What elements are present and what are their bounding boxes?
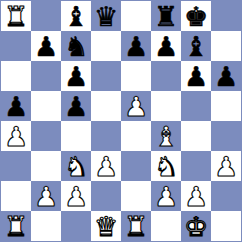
square-g5[interactable] — [181, 91, 211, 121]
square-h7[interactable] — [211, 31, 241, 61]
square-e2[interactable] — [121, 181, 151, 211]
square-b1[interactable] — [31, 211, 61, 241]
square-f5[interactable] — [151, 91, 181, 121]
white-pawn: ♟ — [124, 93, 148, 120]
black-pawn: ♟ — [34, 33, 58, 60]
square-e5[interactable]: ♟ — [121, 91, 151, 121]
white-pawn: ♟ — [94, 153, 118, 180]
square-f7[interactable]: ♟ — [151, 31, 181, 61]
white-pawn: ♟ — [154, 183, 178, 210]
square-b6[interactable] — [31, 61, 61, 91]
black-pawn: ♟ — [184, 63, 208, 90]
square-e4[interactable] — [121, 121, 151, 151]
square-d2[interactable] — [91, 181, 121, 211]
black-bishop: ♝ — [184, 33, 208, 60]
square-f6[interactable] — [151, 61, 181, 91]
square-b5[interactable] — [31, 91, 61, 121]
square-c4[interactable] — [61, 121, 91, 151]
square-a2[interactable] — [1, 181, 31, 211]
square-a6[interactable] — [1, 61, 31, 91]
square-h1[interactable] — [211, 211, 241, 241]
white-pawn: ♟ — [184, 183, 208, 210]
white-king: ♚ — [184, 213, 208, 240]
square-d8[interactable]: ♛ — [91, 1, 121, 31]
square-c1[interactable] — [61, 211, 91, 241]
square-a5[interactable]: ♟ — [1, 91, 31, 121]
square-b8[interactable] — [31, 1, 61, 31]
square-a3[interactable] — [1, 151, 31, 181]
square-f8[interactable]: ♜ — [151, 1, 181, 31]
square-d7[interactable] — [91, 31, 121, 61]
black-bishop: ♝ — [64, 3, 88, 30]
square-c6[interactable]: ♟ — [61, 61, 91, 91]
square-a4[interactable]: ♟ — [1, 121, 31, 151]
square-c5[interactable]: ♟ — [61, 91, 91, 121]
square-g6[interactable]: ♟ — [181, 61, 211, 91]
square-h6[interactable]: ♟ — [211, 61, 241, 91]
square-h8[interactable] — [211, 1, 241, 31]
black-rook: ♜ — [154, 3, 178, 30]
white-pawn: ♟ — [214, 153, 238, 180]
square-d1[interactable]: ♛ — [91, 211, 121, 241]
white-pawn: ♟ — [4, 123, 28, 150]
square-d6[interactable] — [91, 61, 121, 91]
square-e3[interactable] — [121, 151, 151, 181]
square-d3[interactable]: ♟ — [91, 151, 121, 181]
square-b2[interactable]: ♟ — [31, 181, 61, 211]
square-d5[interactable] — [91, 91, 121, 121]
square-g8[interactable]: ♚ — [181, 1, 211, 31]
square-f1[interactable] — [151, 211, 181, 241]
white-rook: ♜ — [4, 3, 28, 30]
square-g3[interactable] — [181, 151, 211, 181]
black-pawn: ♟ — [214, 63, 238, 90]
square-g1[interactable]: ♚ — [181, 211, 211, 241]
black-pawn: ♟ — [154, 33, 178, 60]
square-e6[interactable] — [121, 61, 151, 91]
white-pawn: ♟ — [64, 183, 88, 210]
square-f2[interactable]: ♟ — [151, 181, 181, 211]
square-g7[interactable]: ♝ — [181, 31, 211, 61]
square-h3[interactable]: ♟ — [211, 151, 241, 181]
square-f3[interactable]: ♞ — [151, 151, 181, 181]
square-a7[interactable] — [1, 31, 31, 61]
square-g2[interactable]: ♟ — [181, 181, 211, 211]
black-pawn: ♟ — [4, 93, 28, 120]
square-a1[interactable]: ♜ — [1, 211, 31, 241]
square-h2[interactable] — [211, 181, 241, 211]
square-c2[interactable]: ♟ — [61, 181, 91, 211]
black-pawn: ♟ — [64, 93, 88, 120]
white-queen: ♛ — [94, 213, 118, 240]
white-rook: ♜ — [124, 213, 148, 240]
black-pawn: ♟ — [64, 63, 88, 90]
square-b4[interactable] — [31, 121, 61, 151]
square-h4[interactable] — [211, 121, 241, 151]
black-king: ♚ — [184, 3, 208, 30]
square-b3[interactable] — [31, 151, 61, 181]
square-c7[interactable]: ♞ — [61, 31, 91, 61]
black-pawn: ♟ — [124, 33, 148, 60]
square-a8[interactable]: ♜ — [1, 1, 31, 31]
white-knight: ♞ — [154, 153, 178, 180]
square-c3[interactable]: ♞ — [61, 151, 91, 181]
square-b7[interactable]: ♟ — [31, 31, 61, 61]
square-e8[interactable] — [121, 1, 151, 31]
white-rook: ♜ — [4, 213, 28, 240]
square-e1[interactable]: ♜ — [121, 211, 151, 241]
square-h5[interactable] — [211, 91, 241, 121]
square-d4[interactable] — [91, 121, 121, 151]
square-g4[interactable] — [181, 121, 211, 151]
white-knight: ♞ — [64, 153, 88, 180]
chess-board: ♜♝♛♜♚♟♞♟♟♝♟♟♟♟♟♟♟♝♞♟♞♟♟♟♟♟♜♛♜♚ — [0, 0, 242, 242]
black-knight: ♞ — [64, 33, 88, 60]
white-bishop: ♝ — [154, 123, 178, 150]
square-f4[interactable]: ♝ — [151, 121, 181, 151]
white-pawn: ♟ — [34, 183, 58, 210]
black-queen: ♛ — [94, 3, 118, 30]
square-e7[interactable]: ♟ — [121, 31, 151, 61]
square-c8[interactable]: ♝ — [61, 1, 91, 31]
